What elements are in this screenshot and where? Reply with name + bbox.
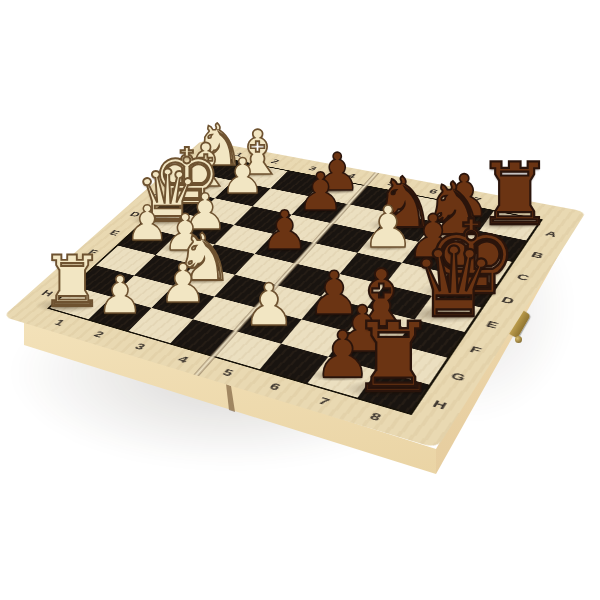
brass-latch-pin [515,336,522,343]
coord-label-right-A: A [544,229,560,239]
coord-label-right-F: F [468,344,484,356]
coord-label-back-1: 1 [233,151,245,158]
coord-label-back-2: 2 [269,158,281,165]
coord-label-back-8: 8 [515,204,528,212]
coord-label-left-F: F [86,248,101,257]
coord-label-back-7: 7 [470,195,483,203]
coord-label-right-G: G [449,370,468,383]
coord-label-right-D: D [500,295,517,306]
coord-label-right-H: H [431,398,450,412]
coord-label-front-4: 4 [175,353,191,364]
coord-label-left-D: D [128,210,143,218]
coord-label-front-6: 6 [267,380,283,392]
photo-stage: 11AA22BB33CC44DD55EE66FF77GG88HH ♞♝♟♟♜♝♟… [0,0,600,600]
coord-label-right-E: E [484,319,500,330]
coord-label-right-B: B [530,250,546,260]
coord-label-front-2: 2 [92,329,108,339]
coord-label-left-G: G [63,267,80,277]
coord-label-front-7: 7 [316,395,332,408]
coord-label-front-5: 5 [220,367,236,379]
coord-label-back-5: 5 [386,179,399,187]
coord-label-left-B: B [167,175,182,183]
coord-label-left-E: E [107,228,122,237]
coord-label-front-1: 1 [52,317,67,327]
coord-label-left-C: C [148,192,163,200]
coord-label-back-3: 3 [307,165,319,172]
coord-label-left-A: A [186,159,200,166]
coord-label-back-4: 4 [345,172,357,179]
coord-label-back-6: 6 [427,187,440,195]
coord-label-front-8: 8 [368,410,384,423]
chess-board: 11AA22BB33CC44DD55EE66FF77GG88HH [3,140,586,448]
coord-label-left-H: H [39,288,56,298]
coord-label-right-C: C [515,272,531,283]
coord-label-front-3: 3 [133,341,149,352]
